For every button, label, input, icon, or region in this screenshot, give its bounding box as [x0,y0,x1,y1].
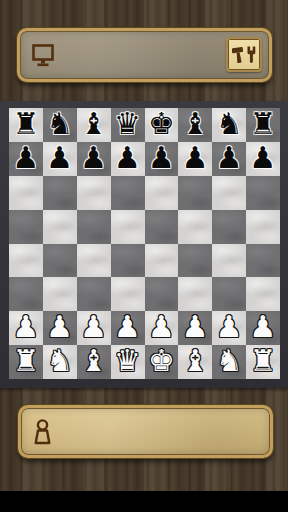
square-a7[interactable]: ♟ [9,142,43,176]
piece-white-pawn: ♟ [12,312,39,342]
piece-black-king: ♚ [148,109,175,139]
square-d5[interactable] [111,210,145,244]
computer-monitor-icon [32,43,54,67]
square-f5[interactable] [178,210,212,244]
square-f2[interactable]: ♟ [178,311,212,345]
piece-white-pawn: ♟ [46,312,73,342]
square-b6[interactable] [43,176,77,210]
square-a2[interactable]: ♟ [9,311,43,345]
piece-black-knight: ♞ [216,109,243,139]
square-e3[interactable] [145,277,179,311]
square-f1[interactable]: ♝ [178,345,212,379]
piece-black-queen: ♛ [114,109,141,139]
square-h2[interactable]: ♟ [246,311,280,345]
square-b1[interactable]: ♞ [43,345,77,379]
square-h4[interactable] [246,244,280,278]
piece-black-pawn: ♟ [182,143,209,173]
square-h8[interactable]: ♜ [246,108,280,142]
square-c3[interactable] [77,277,111,311]
person-icon [33,418,52,446]
square-d6[interactable] [111,176,145,210]
square-a5[interactable] [9,210,43,244]
square-d7[interactable]: ♟ [111,142,145,176]
piece-white-knight: ♞ [46,346,73,376]
piece-white-pawn: ♟ [250,312,277,342]
piece-black-pawn: ♟ [250,143,277,173]
square-e8[interactable]: ♚ [145,108,179,142]
square-c1[interactable]: ♝ [77,345,111,379]
square-c4[interactable] [77,244,111,278]
square-a1[interactable]: ♜ [9,345,43,379]
piece-white-pawn: ♟ [114,312,141,342]
square-g7[interactable]: ♟ [212,142,246,176]
square-f3[interactable] [178,277,212,311]
piece-black-rook: ♜ [250,109,277,139]
piece-black-pawn: ♟ [46,143,73,173]
square-e1[interactable]: ♚ [145,345,179,379]
square-b2[interactable]: ♟ [43,311,77,345]
square-g4[interactable] [212,244,246,278]
piece-black-pawn: ♟ [148,143,175,173]
settings-tools-button[interactable] [226,37,262,72]
piece-white-king: ♚ [148,346,175,376]
square-g5[interactable] [212,210,246,244]
square-g6[interactable] [212,176,246,210]
piece-black-pawn: ♟ [114,143,141,173]
chess-app-screen: ♜♞♝♛♚♝♞♜♟♟♟♟♟♟♟♟♟♟♟♟♟♟♟♟♜♞♝♛♚♝♞♜ [0,0,288,512]
square-b5[interactable] [43,210,77,244]
square-a6[interactable] [9,176,43,210]
square-c7[interactable]: ♟ [77,142,111,176]
square-e7[interactable]: ♟ [145,142,179,176]
piece-black-bishop: ♝ [80,109,107,139]
square-f8[interactable]: ♝ [178,108,212,142]
square-c2[interactable]: ♟ [77,311,111,345]
square-g2[interactable]: ♟ [212,311,246,345]
piece-black-pawn: ♟ [216,143,243,173]
square-h3[interactable] [246,277,280,311]
piece-white-knight: ♞ [216,346,243,376]
square-d4[interactable] [111,244,145,278]
square-b4[interactable] [43,244,77,278]
square-e2[interactable]: ♟ [145,311,179,345]
square-d1[interactable]: ♛ [111,345,145,379]
piece-white-pawn: ♟ [216,312,243,342]
piece-black-knight: ♞ [46,109,73,139]
square-h6[interactable] [246,176,280,210]
piece-black-pawn: ♟ [80,143,107,173]
piece-white-rook: ♜ [250,346,277,376]
square-g1[interactable]: ♞ [212,345,246,379]
piece-black-bishop: ♝ [182,109,209,139]
square-d8[interactable]: ♛ [111,108,145,142]
piece-white-bishop: ♝ [182,346,209,376]
player-panel [18,405,273,458]
square-a4[interactable] [9,244,43,278]
square-h7[interactable]: ♟ [246,142,280,176]
square-d3[interactable] [111,277,145,311]
square-h5[interactable] [246,210,280,244]
piece-white-queen: ♛ [114,346,141,376]
square-b8[interactable]: ♞ [43,108,77,142]
square-a8[interactable]: ♜ [9,108,43,142]
square-e6[interactable] [145,176,179,210]
piece-white-rook: ♜ [12,346,39,376]
square-b3[interactable] [43,277,77,311]
square-b7[interactable]: ♟ [43,142,77,176]
piece-white-pawn: ♟ [182,312,209,342]
square-f6[interactable] [178,176,212,210]
square-d2[interactable]: ♟ [111,311,145,345]
system-nav-strip [0,491,288,512]
square-f7[interactable]: ♟ [178,142,212,176]
square-f4[interactable] [178,244,212,278]
square-e5[interactable] [145,210,179,244]
piece-white-bishop: ♝ [80,346,107,376]
square-h1[interactable]: ♜ [246,345,280,379]
piece-white-pawn: ♟ [80,312,107,342]
square-e4[interactable] [145,244,179,278]
piece-black-rook: ♜ [12,109,39,139]
hammer-wrench-icon [232,44,256,66]
square-c8[interactable]: ♝ [77,108,111,142]
chess-board[interactable]: ♜♞♝♛♚♝♞♜♟♟♟♟♟♟♟♟♟♟♟♟♟♟♟♟♜♞♝♛♚♝♞♜ [0,101,288,388]
square-g3[interactable] [212,277,246,311]
square-c6[interactable] [77,176,111,210]
square-a3[interactable] [9,277,43,311]
square-g8[interactable]: ♞ [212,108,246,142]
opponent-panel [17,28,272,82]
square-c5[interactable] [77,210,111,244]
piece-white-pawn: ♟ [148,312,175,342]
piece-black-pawn: ♟ [12,143,39,173]
